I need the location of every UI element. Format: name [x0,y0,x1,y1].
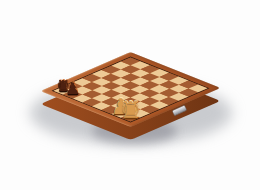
pieces-layer: ♜♞♝♛♚♝♞♜♟♟♟♟♟♟♟♟♟♟♟♟♟♟♟♟♜♞♝♛♚♝♞♜ [0,0,260,190]
piece-black-pawn[interactable]: ♟ [66,81,80,97]
piece-white-rook[interactable]: ♜ [120,98,141,121]
chess-set-photo: ♜♞♝♛♚♝♞♜♟♟♟♟♟♟♟♟♟♟♟♟♟♟♟♟♜♞♝♛♚♝♞♜ [0,0,260,190]
